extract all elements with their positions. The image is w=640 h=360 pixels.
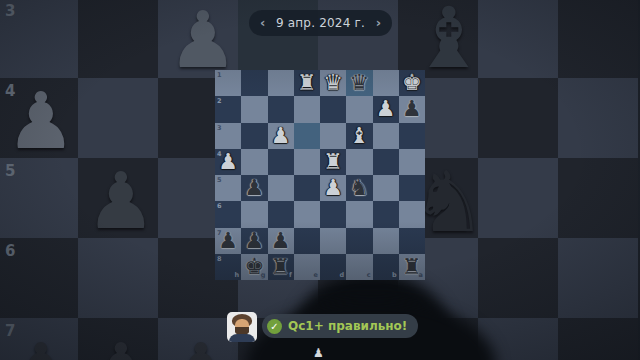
rank-label-4: 4 bbox=[217, 150, 222, 158]
square-a5[interactable] bbox=[399, 175, 425, 201]
square-c6[interactable] bbox=[346, 201, 372, 227]
square-f2[interactable] bbox=[268, 96, 294, 122]
square-d8[interactable]: d bbox=[320, 254, 346, 280]
next-date-arrow-icon[interactable]: › bbox=[376, 10, 381, 36]
piece-wQ-d1[interactable]: ♛ bbox=[320, 70, 346, 96]
piece-bP-a2[interactable]: ♟ bbox=[399, 96, 425, 122]
square-e5[interactable] bbox=[294, 175, 320, 201]
feedback-banner: ✓ Qc1+ правильно! bbox=[227, 312, 418, 342]
square-d6[interactable] bbox=[320, 201, 346, 227]
square-d2[interactable] bbox=[320, 96, 346, 122]
file-label-d: d bbox=[340, 271, 345, 279]
square-f7[interactable]: ♟ bbox=[268, 228, 294, 254]
file-label-b: b bbox=[392, 271, 397, 279]
square-h6[interactable]: 6 bbox=[215, 201, 241, 227]
square-a8[interactable]: a♜ bbox=[399, 254, 425, 280]
date-navigation-pill: ‹ 9 апр. 2024 г. › bbox=[249, 10, 392, 36]
square-c5[interactable]: ♞ bbox=[346, 175, 372, 201]
square-g3[interactable] bbox=[241, 123, 267, 149]
piece-wP-f3[interactable]: ♟ bbox=[268, 123, 294, 149]
avatar bbox=[227, 312, 257, 342]
square-e2[interactable] bbox=[294, 96, 320, 122]
square-d7[interactable] bbox=[320, 228, 346, 254]
square-b4[interactable] bbox=[373, 149, 399, 175]
square-h8[interactable]: 8h bbox=[215, 254, 241, 280]
square-h4[interactable]: 4♟ bbox=[215, 149, 241, 175]
square-b8[interactable]: b bbox=[373, 254, 399, 280]
square-b3[interactable] bbox=[373, 123, 399, 149]
square-d4[interactable]: ♜ bbox=[320, 149, 346, 175]
piece-bP-f7[interactable]: ♟ bbox=[268, 228, 294, 254]
square-h2[interactable]: 2 bbox=[215, 96, 241, 122]
square-g6[interactable] bbox=[241, 201, 267, 227]
square-h5[interactable]: 5 bbox=[215, 175, 241, 201]
piece-wP-d5[interactable]: ♟ bbox=[320, 175, 346, 201]
tiny-pawn-icon: ♟ bbox=[313, 346, 324, 360]
feedback-pill: ✓ Qc1+ правильно! bbox=[262, 314, 418, 338]
rank-label-3: 3 bbox=[217, 124, 222, 132]
square-d5[interactable]: ♟ bbox=[320, 175, 346, 201]
square-b2[interactable]: ♟ bbox=[373, 96, 399, 122]
rank-label-6: 6 bbox=[217, 202, 222, 210]
rank-label-2: 2 bbox=[217, 97, 222, 105]
square-b7[interactable] bbox=[373, 228, 399, 254]
square-g4[interactable] bbox=[241, 149, 267, 175]
file-label-f: f bbox=[289, 271, 292, 279]
square-e6[interactable] bbox=[294, 201, 320, 227]
feedback-text: Qc1+ правильно! bbox=[288, 319, 407, 333]
piece-bP-g7[interactable]: ♟ bbox=[241, 228, 267, 254]
square-d3[interactable] bbox=[320, 123, 346, 149]
square-a6[interactable] bbox=[399, 201, 425, 227]
rank-label-7: 7 bbox=[217, 229, 222, 237]
square-e4[interactable] bbox=[294, 149, 320, 175]
square-h3[interactable]: 3 bbox=[215, 123, 241, 149]
piece-bQ-c1[interactable]: ♛ bbox=[346, 70, 372, 96]
square-a2[interactable]: ♟ bbox=[399, 96, 425, 122]
square-g7[interactable]: ♟ bbox=[241, 228, 267, 254]
square-a1[interactable]: ♚ bbox=[399, 70, 425, 96]
piece-bN-c5[interactable]: ♞ bbox=[346, 175, 372, 201]
square-a3[interactable] bbox=[399, 123, 425, 149]
square-b5[interactable] bbox=[373, 175, 399, 201]
square-f4[interactable] bbox=[268, 149, 294, 175]
square-e8[interactable]: e bbox=[294, 254, 320, 280]
square-h7[interactable]: 7♟ bbox=[215, 228, 241, 254]
square-b6[interactable] bbox=[373, 201, 399, 227]
square-e7[interactable] bbox=[294, 228, 320, 254]
square-c2[interactable] bbox=[346, 96, 372, 122]
square-f6[interactable] bbox=[268, 201, 294, 227]
rank-label-5: 5 bbox=[217, 176, 222, 184]
square-c8[interactable]: c bbox=[346, 254, 372, 280]
square-f8[interactable]: f♜ bbox=[268, 254, 294, 280]
square-g8[interactable]: g♚ bbox=[241, 254, 267, 280]
rank-label-1: 1 bbox=[217, 71, 222, 79]
rank-label-8: 8 bbox=[217, 255, 222, 263]
square-e1[interactable]: ♜ bbox=[294, 70, 320, 96]
puzzle-date-label: 9 апр. 2024 г. bbox=[276, 16, 365, 30]
file-label-h: h bbox=[235, 271, 240, 279]
square-g5[interactable]: ♟ bbox=[241, 175, 267, 201]
square-c7[interactable] bbox=[346, 228, 372, 254]
piece-wR-d4[interactable]: ♜ bbox=[320, 149, 346, 175]
prev-date-arrow-icon[interactable]: ‹ bbox=[260, 10, 265, 36]
avatar-shirt bbox=[229, 334, 255, 342]
piece-wK-a1[interactable]: ♚ bbox=[399, 70, 425, 96]
piece-wR-e1[interactable]: ♜ bbox=[294, 70, 320, 96]
file-label-g: g bbox=[261, 271, 266, 279]
square-a7[interactable] bbox=[399, 228, 425, 254]
square-e3[interactable] bbox=[294, 123, 320, 149]
file-label-e: e bbox=[314, 271, 318, 279]
file-label-a: a bbox=[419, 271, 423, 279]
piece-wB-c3[interactable]: ♝ bbox=[346, 123, 372, 149]
square-b1[interactable] bbox=[373, 70, 399, 96]
square-g2[interactable] bbox=[241, 96, 267, 122]
file-label-c: c bbox=[367, 271, 371, 279]
square-f1[interactable] bbox=[268, 70, 294, 96]
screenshot-stage: 34567♟♟♟♟♟♟♝♞ 1♜♛♛♚2♟♟3♟♝4♟♜5♟♟♞67♟♟♟8hg… bbox=[0, 0, 640, 360]
square-h1[interactable]: 1 bbox=[215, 70, 241, 96]
square-f5[interactable] bbox=[268, 175, 294, 201]
square-a4[interactable] bbox=[399, 149, 425, 175]
square-c1[interactable]: ♛ bbox=[346, 70, 372, 96]
square-d1[interactable]: ♛ bbox=[320, 70, 346, 96]
square-c4[interactable] bbox=[346, 149, 372, 175]
piece-bP-g5[interactable]: ♟ bbox=[241, 175, 267, 201]
square-g1[interactable] bbox=[241, 70, 267, 96]
check-icon: ✓ bbox=[267, 319, 282, 334]
square-c3[interactable]: ♝ bbox=[346, 123, 372, 149]
chess-board[interactable]: 1♜♛♛♚2♟♟3♟♝4♟♜5♟♟♞67♟♟♟8hg♚f♜edcba♜ bbox=[215, 70, 425, 280]
square-f3[interactable]: ♟ bbox=[268, 123, 294, 149]
piece-wP-b2[interactable]: ♟ bbox=[373, 96, 399, 122]
